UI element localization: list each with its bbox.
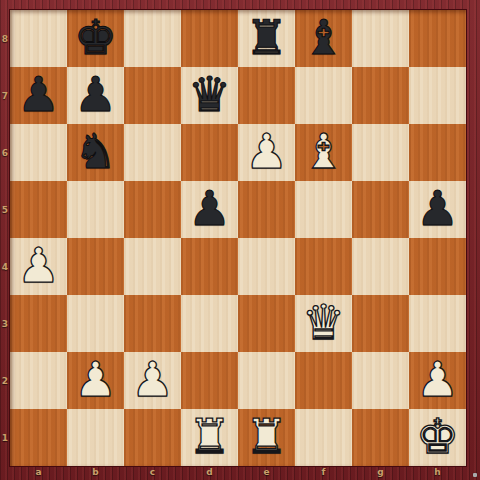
corner-dot [473,473,477,477]
square-h3[interactable] [409,295,466,352]
square-d8[interactable] [181,10,238,67]
rank-label-8: 8 [0,10,10,67]
square-h1[interactable]: ♚ [409,409,466,466]
rank-label-6: 6 [0,124,10,181]
white-bishop[interactable]: ♝ [302,127,345,175]
square-f4[interactable] [295,238,352,295]
square-c2[interactable]: ♟ [124,352,181,409]
square-g2[interactable] [352,352,409,409]
square-e1[interactable]: ♜ [238,409,295,466]
file-label-a: a [10,466,67,480]
square-c1[interactable] [124,409,181,466]
square-e5[interactable] [238,181,295,238]
square-g4[interactable] [352,238,409,295]
square-h7[interactable] [409,67,466,124]
square-e2[interactable] [238,352,295,409]
square-c3[interactable] [124,295,181,352]
file-label-b: b [67,466,124,480]
chess-board: ♚♜♝♟♟♛♞♟♝♟♟♟♛♟♟♟♜♜♚ [10,10,466,466]
square-c5[interactable] [124,181,181,238]
square-b8[interactable]: ♚ [67,10,124,67]
black-king[interactable]: ♚ [74,13,117,61]
white-king[interactable]: ♚ [416,412,459,460]
white-pawn[interactable]: ♟ [245,127,288,175]
rank-label-7: 7 [0,67,10,124]
square-a1[interactable] [10,409,67,466]
square-a3[interactable] [10,295,67,352]
square-b7[interactable]: ♟ [67,67,124,124]
square-b3[interactable] [67,295,124,352]
file-label-d: d [181,466,238,480]
square-h5[interactable]: ♟ [409,181,466,238]
square-c4[interactable] [124,238,181,295]
file-label-h: h [409,466,466,480]
square-g5[interactable] [352,181,409,238]
square-f3[interactable]: ♛ [295,295,352,352]
square-h6[interactable] [409,124,466,181]
square-d7[interactable]: ♛ [181,67,238,124]
square-f2[interactable] [295,352,352,409]
rank-label-2: 2 [0,352,10,409]
rank-label-1: 1 [0,409,10,466]
square-b4[interactable] [67,238,124,295]
black-queen[interactable]: ♛ [188,70,231,118]
square-a2[interactable] [10,352,67,409]
square-a7[interactable]: ♟ [10,67,67,124]
square-f6[interactable]: ♝ [295,124,352,181]
white-pawn[interactable]: ♟ [416,355,459,403]
square-g3[interactable] [352,295,409,352]
file-label-g: g [352,466,409,480]
square-d4[interactable] [181,238,238,295]
square-g8[interactable] [352,10,409,67]
square-e7[interactable] [238,67,295,124]
rank-label-3: 3 [0,295,10,352]
square-f5[interactable] [295,181,352,238]
black-pawn[interactable]: ♟ [17,70,60,118]
square-a6[interactable] [10,124,67,181]
black-pawn[interactable]: ♟ [74,70,117,118]
white-pawn[interactable]: ♟ [17,241,60,289]
board-frame: 87654321 ♚♜♝♟♟♛♞♟♝♟♟♟♛♟♟♟♜♜♚ abcdefgh [0,0,480,480]
rank-label-5: 5 [0,181,10,238]
square-b2[interactable]: ♟ [67,352,124,409]
file-label-e: e [238,466,295,480]
square-d6[interactable] [181,124,238,181]
square-e8[interactable]: ♜ [238,10,295,67]
square-b6[interactable]: ♞ [67,124,124,181]
white-rook[interactable]: ♜ [245,412,288,460]
file-labels: abcdefgh [10,466,466,480]
black-rook[interactable]: ♜ [245,13,288,61]
black-pawn[interactable]: ♟ [416,184,459,232]
file-label-f: f [295,466,352,480]
black-bishop[interactable]: ♝ [302,13,345,61]
square-g1[interactable] [352,409,409,466]
black-pawn[interactable]: ♟ [188,184,231,232]
square-c7[interactable] [124,67,181,124]
square-e3[interactable] [238,295,295,352]
square-e4[interactable] [238,238,295,295]
square-g7[interactable] [352,67,409,124]
square-d2[interactable] [181,352,238,409]
square-f1[interactable] [295,409,352,466]
white-rook[interactable]: ♜ [188,412,231,460]
square-h4[interactable] [409,238,466,295]
square-a5[interactable] [10,181,67,238]
square-b5[interactable] [67,181,124,238]
square-h8[interactable] [409,10,466,67]
square-f8[interactable]: ♝ [295,10,352,67]
file-label-c: c [124,466,181,480]
white-queen[interactable]: ♛ [302,298,345,346]
square-d5[interactable]: ♟ [181,181,238,238]
square-f7[interactable] [295,67,352,124]
rank-labels: 87654321 [0,10,10,466]
white-pawn[interactable]: ♟ [131,355,174,403]
square-b1[interactable] [67,409,124,466]
square-a8[interactable] [10,10,67,67]
square-d1[interactable]: ♜ [181,409,238,466]
square-d3[interactable] [181,295,238,352]
square-a4[interactable]: ♟ [10,238,67,295]
square-c8[interactable] [124,10,181,67]
square-h2[interactable]: ♟ [409,352,466,409]
black-knight[interactable]: ♞ [74,127,117,175]
rank-label-4: 4 [0,238,10,295]
white-pawn[interactable]: ♟ [74,355,117,403]
square-c6[interactable] [124,124,181,181]
square-g6[interactable] [352,124,409,181]
square-e6[interactable]: ♟ [238,124,295,181]
